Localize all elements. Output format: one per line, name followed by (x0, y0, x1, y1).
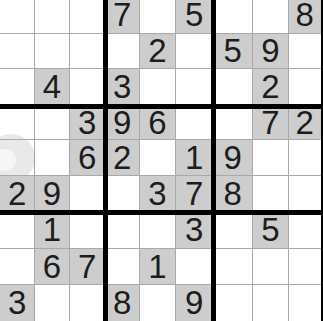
thin-hline (0, 68, 323, 69)
cell-r1c5[interactable] (140, 0, 176, 34)
cell-r1c2[interactable] (35, 0, 70, 34)
cell-r2c1[interactable] (0, 34, 35, 69)
cell-r4c9[interactable]: 2 (289, 106, 322, 140)
cell-r7c9[interactable] (289, 212, 322, 249)
cell-r3c5[interactable] (140, 69, 176, 107)
cell-r7c6[interactable]: 3 (176, 212, 214, 249)
cell-r6c4[interactable] (105, 176, 140, 212)
cell-r3c7[interactable] (213, 69, 253, 107)
cell-r6c2[interactable]: 9 (35, 176, 70, 212)
cell-r5c2[interactable] (35, 140, 70, 176)
cell-r7c1[interactable] (0, 212, 35, 249)
cell-r8c2[interactable]: 6 (35, 249, 70, 285)
cell-r3c8[interactable]: 2 (253, 69, 289, 107)
cell-r7c2[interactable]: 1 (35, 212, 70, 249)
cell-r9c7[interactable] (213, 285, 253, 321)
cell-r2c4[interactable] (105, 34, 140, 69)
cell-r8c4[interactable] (105, 249, 140, 285)
cell-r5c9[interactable] (289, 140, 322, 176)
cell-r1c6[interactable]: 5 (176, 0, 214, 34)
cell-r4c2[interactable] (35, 106, 70, 140)
thin-hline (0, 284, 323, 285)
cell-r2c6[interactable] (176, 34, 214, 69)
cell-r1c4[interactable]: 7 (105, 0, 140, 34)
cell-r8c8[interactable] (253, 249, 289, 285)
thick-vline-box2 (211, 0, 216, 321)
thin-hline (0, 33, 323, 34)
cell-r2c3[interactable] (70, 34, 106, 69)
cell-r6c5[interactable]: 3 (140, 176, 176, 212)
cell-r9c1[interactable]: 3 (0, 285, 35, 321)
cell-r9c4[interactable]: 8 (105, 285, 140, 321)
cell-r4c1[interactable] (0, 106, 35, 140)
cell-r9c9[interactable] (289, 285, 322, 321)
cell-r9c6[interactable]: 9 (176, 285, 214, 321)
cell-r7c4[interactable] (105, 212, 140, 249)
cell-r8c5[interactable]: 1 (140, 249, 176, 285)
cell-r8c9[interactable] (289, 249, 322, 285)
thick-hline-box1 (0, 104, 323, 109)
cell-r8c6[interactable] (176, 249, 214, 285)
cell-r3c4[interactable]: 3 (105, 69, 140, 107)
cell-r2c2[interactable] (35, 34, 70, 69)
cell-r2c7[interactable]: 5 (213, 34, 253, 69)
cell-r7c8[interactable]: 5 (253, 212, 289, 249)
cell-r5c8[interactable] (253, 140, 289, 176)
cell-r6c7[interactable]: 8 (213, 176, 253, 212)
thin-vline (175, 0, 176, 321)
cell-r7c7[interactable] (213, 212, 253, 249)
thin-hline (0, 248, 323, 249)
cell-r7c3[interactable] (70, 212, 106, 249)
cell-r8c3[interactable]: 7 (70, 249, 106, 285)
thick-vline-box1 (103, 0, 108, 321)
cell-r3c6[interactable] (176, 69, 214, 107)
cell-r4c3[interactable]: 3 (70, 106, 106, 140)
cell-r4c6[interactable] (176, 106, 214, 140)
thin-vline (34, 0, 35, 321)
cell-r4c8[interactable]: 7 (253, 106, 289, 140)
cell-r2c5[interactable]: 2 (140, 34, 176, 69)
thin-vline (288, 0, 289, 321)
cell-r5c7[interactable]: 9 (213, 140, 253, 176)
thin-hline (0, 175, 323, 176)
thin-vline (252, 0, 253, 321)
cell-r9c5[interactable] (140, 285, 176, 321)
cell-r3c1[interactable] (0, 69, 35, 107)
cell-r1c3[interactable] (70, 0, 106, 34)
cell-r3c3[interactable] (70, 69, 106, 107)
cell-r6c8[interactable] (253, 176, 289, 212)
cell-r2c8[interactable]: 9 (253, 34, 289, 69)
thin-vline (139, 0, 140, 321)
cell-r4c5[interactable]: 6 (140, 106, 176, 140)
thick-hline-box2 (0, 210, 323, 215)
cell-r5c5[interactable] (140, 140, 176, 176)
cell-r3c2[interactable]: 4 (35, 69, 70, 107)
thin-vline (69, 0, 70, 321)
cell-r1c7[interactable] (213, 0, 253, 34)
cell-r8c1[interactable] (0, 249, 35, 285)
cell-r1c8[interactable] (253, 0, 289, 34)
cell-r5c1[interactable] (0, 140, 35, 176)
cell-r1c9[interactable]: 8 (289, 0, 322, 34)
cell-r3c9[interactable] (289, 69, 322, 107)
cell-r6c9[interactable] (289, 176, 322, 212)
thin-hline (0, 139, 323, 140)
sudoku-board: 75825943239672621929378135671389 (0, 0, 323, 321)
cell-r4c4[interactable]: 9 (105, 106, 140, 140)
cell-r1c1[interactable] (0, 0, 35, 34)
cell-r6c3[interactable] (70, 176, 106, 212)
cell-r8c7[interactable] (213, 249, 253, 285)
cell-r2c9[interactable] (289, 34, 322, 69)
cell-r5c6[interactable]: 1 (176, 140, 214, 176)
cell-r6c6[interactable]: 7 (176, 176, 214, 212)
cell-r7c5[interactable] (140, 212, 176, 249)
cell-r6c1[interactable]: 2 (0, 176, 35, 212)
cell-r9c3[interactable] (70, 285, 106, 321)
cell-r4c7[interactable] (213, 106, 253, 140)
cell-r9c2[interactable] (35, 285, 70, 321)
cell-r9c8[interactable] (253, 285, 289, 321)
cell-r5c4[interactable]: 2 (105, 140, 140, 176)
cell-r5c3[interactable]: 6 (70, 140, 106, 176)
